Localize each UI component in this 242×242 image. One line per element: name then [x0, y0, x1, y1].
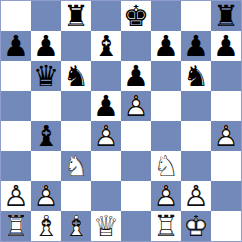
- piece-black-king[interactable]: ♚: [121, 1, 151, 31]
- piece-black-pawn[interactable]: ♟: [181, 31, 211, 61]
- black-bishop-glyph: ♝: [31, 121, 61, 151]
- piece-white-king[interactable]: ♚♔: [181, 211, 211, 241]
- square-d4[interactable]: ♟♙: [91, 121, 121, 151]
- square-a5[interactable]: [1, 91, 31, 121]
- square-a4[interactable]: [1, 121, 31, 151]
- piece-white-bishop[interactable]: ♝♗: [61, 211, 91, 241]
- square-b3[interactable]: [31, 151, 61, 181]
- square-e7[interactable]: [121, 31, 151, 61]
- square-b1[interactable]: ♝♗: [31, 211, 61, 241]
- piece-white-queen[interactable]: ♛♕: [91, 211, 121, 241]
- black-knight-glyph: ♞: [181, 61, 211, 91]
- piece-black-knight[interactable]: ♞: [61, 61, 91, 91]
- square-h8[interactable]: ♜: [211, 1, 241, 31]
- black-rook-glyph: ♜: [61, 1, 91, 31]
- square-c4[interactable]: [61, 121, 91, 151]
- square-g5[interactable]: [181, 91, 211, 121]
- square-e5[interactable]: ♟♙: [121, 91, 151, 121]
- square-g4[interactable]: [181, 121, 211, 151]
- square-f3[interactable]: ♞♘: [151, 151, 181, 181]
- piece-black-pawn[interactable]: ♟: [121, 61, 151, 91]
- square-d2[interactable]: [91, 181, 121, 211]
- square-g7[interactable]: ♟: [181, 31, 211, 61]
- square-h7[interactable]: ♟: [211, 31, 241, 61]
- square-h6[interactable]: [211, 61, 241, 91]
- piece-white-rook[interactable]: ♜♖: [151, 211, 181, 241]
- square-g1[interactable]: ♚♔: [181, 211, 211, 241]
- square-a7[interactable]: ♟: [1, 31, 31, 61]
- black-knight-glyph: ♞: [61, 61, 91, 91]
- piece-black-bishop[interactable]: ♝: [31, 121, 61, 151]
- square-e2[interactable]: [121, 181, 151, 211]
- square-f2[interactable]: ♟♙: [151, 181, 181, 211]
- square-b7[interactable]: ♟: [31, 31, 61, 61]
- piece-white-bishop[interactable]: ♝♗: [31, 211, 61, 241]
- piece-black-rook[interactable]: ♜: [61, 1, 91, 31]
- white-queen-glyph: ♕: [91, 211, 121, 241]
- square-g6[interactable]: ♞: [181, 61, 211, 91]
- piece-white-rook[interactable]: ♜♖: [1, 211, 31, 241]
- black-pawn-glyph: ♟: [91, 91, 121, 121]
- square-g3[interactable]: [181, 151, 211, 181]
- black-rook-glyph: ♜: [211, 1, 241, 31]
- square-c2[interactable]: [61, 181, 91, 211]
- piece-black-pawn[interactable]: ♟: [91, 91, 121, 121]
- piece-black-pawn[interactable]: ♟: [31, 31, 61, 61]
- white-pawn-glyph: ♙: [31, 181, 61, 211]
- white-rook-glyph: ♖: [1, 211, 31, 241]
- square-g8[interactable]: [181, 1, 211, 31]
- square-a2[interactable]: ♟♙: [1, 181, 31, 211]
- chess-board-container: ♜♚♜♟♟♝♟♟♟♛♞♟♞♟♟♙♝♟♙♟♙♞♘♞♘♟♙♟♙♟♙♟♙♜♖♝♗♝♗♛…: [0, 0, 242, 242]
- square-f1[interactable]: ♜♖: [151, 211, 181, 241]
- square-e8[interactable]: ♚: [121, 1, 151, 31]
- piece-black-pawn[interactable]: ♟: [151, 31, 181, 61]
- square-h1[interactable]: [211, 211, 241, 241]
- piece-white-knight[interactable]: ♞♘: [61, 151, 91, 181]
- square-d8[interactable]: [91, 1, 121, 31]
- piece-black-rook[interactable]: ♜: [211, 1, 241, 31]
- square-f4[interactable]: [151, 121, 181, 151]
- black-pawn-glyph: ♟: [151, 31, 181, 61]
- piece-white-pawn[interactable]: ♟♙: [31, 181, 61, 211]
- square-b2[interactable]: ♟♙: [31, 181, 61, 211]
- piece-black-knight[interactable]: ♞: [181, 61, 211, 91]
- square-g2[interactable]: ♟♙: [181, 181, 211, 211]
- square-b6[interactable]: ♛: [31, 61, 61, 91]
- square-a1[interactable]: ♜♖: [1, 211, 31, 241]
- square-d1[interactable]: ♛♕: [91, 211, 121, 241]
- square-h4[interactable]: ♟♙: [211, 121, 241, 151]
- white-king-glyph: ♔: [181, 211, 211, 241]
- square-c8[interactable]: ♜: [61, 1, 91, 31]
- chess-board: ♜♚♜♟♟♝♟♟♟♛♞♟♞♟♟♙♝♟♙♟♙♞♘♞♘♟♙♟♙♟♙♟♙♜♖♝♗♝♗♛…: [0, 0, 242, 242]
- square-h5[interactable]: [211, 91, 241, 121]
- square-h3[interactable]: [211, 151, 241, 181]
- square-d5[interactable]: ♟: [91, 91, 121, 121]
- white-pawn-glyph: ♙: [151, 181, 181, 211]
- black-pawn-glyph: ♟: [31, 31, 61, 61]
- white-knight-glyph: ♘: [151, 151, 181, 181]
- square-b4[interactable]: ♝: [31, 121, 61, 151]
- square-a3[interactable]: [1, 151, 31, 181]
- square-e4[interactable]: [121, 121, 151, 151]
- black-king-glyph: ♚: [121, 1, 151, 31]
- white-pawn-glyph: ♙: [91, 121, 121, 151]
- square-c6[interactable]: ♞: [61, 61, 91, 91]
- square-d3[interactable]: [91, 151, 121, 181]
- square-f8[interactable]: [151, 1, 181, 31]
- white-pawn-glyph: ♙: [211, 121, 241, 151]
- square-c7[interactable]: [61, 31, 91, 61]
- square-d6[interactable]: [91, 61, 121, 91]
- piece-white-knight[interactable]: ♞♘: [151, 151, 181, 181]
- square-e1[interactable]: [121, 211, 151, 241]
- piece-black-queen[interactable]: ♛: [31, 61, 61, 91]
- black-queen-glyph: ♛: [31, 61, 61, 91]
- square-a6[interactable]: [1, 61, 31, 91]
- black-pawn-glyph: ♟: [121, 61, 151, 91]
- black-pawn-glyph: ♟: [211, 31, 241, 61]
- piece-black-pawn[interactable]: ♟: [211, 31, 241, 61]
- black-bishop-glyph: ♝: [91, 31, 121, 61]
- square-f5[interactable]: [151, 91, 181, 121]
- white-pawn-glyph: ♙: [181, 181, 211, 211]
- square-e3[interactable]: [121, 151, 151, 181]
- piece-white-pawn[interactable]: ♟♙: [181, 181, 211, 211]
- black-pawn-glyph: ♟: [181, 31, 211, 61]
- white-pawn-glyph: ♙: [1, 181, 31, 211]
- square-d7[interactable]: ♝: [91, 31, 121, 61]
- square-b8[interactable]: [31, 1, 61, 31]
- white-knight-glyph: ♘: [61, 151, 91, 181]
- white-rook-glyph: ♖: [151, 211, 181, 241]
- white-bishop-glyph: ♗: [61, 211, 91, 241]
- square-b5[interactable]: [31, 91, 61, 121]
- square-f6[interactable]: [151, 61, 181, 91]
- square-a8[interactable]: [1, 1, 31, 31]
- white-bishop-glyph: ♗: [31, 211, 61, 241]
- white-pawn-glyph: ♙: [121, 91, 151, 121]
- square-c3[interactable]: ♞♘: [61, 151, 91, 181]
- piece-white-pawn[interactable]: ♟♙: [1, 181, 31, 211]
- piece-black-pawn[interactable]: ♟: [1, 31, 31, 61]
- piece-black-bishop[interactable]: ♝: [91, 31, 121, 61]
- square-h2[interactable]: [211, 181, 241, 211]
- piece-white-pawn[interactable]: ♟♙: [91, 121, 121, 151]
- piece-white-pawn[interactable]: ♟♙: [121, 91, 151, 121]
- black-pawn-glyph: ♟: [1, 31, 31, 61]
- piece-white-pawn[interactable]: ♟♙: [151, 181, 181, 211]
- square-c5[interactable]: [61, 91, 91, 121]
- square-f7[interactable]: ♟: [151, 31, 181, 61]
- square-c1[interactable]: ♝♗: [61, 211, 91, 241]
- square-e6[interactable]: ♟: [121, 61, 151, 91]
- piece-white-pawn[interactable]: ♟♙: [211, 121, 241, 151]
